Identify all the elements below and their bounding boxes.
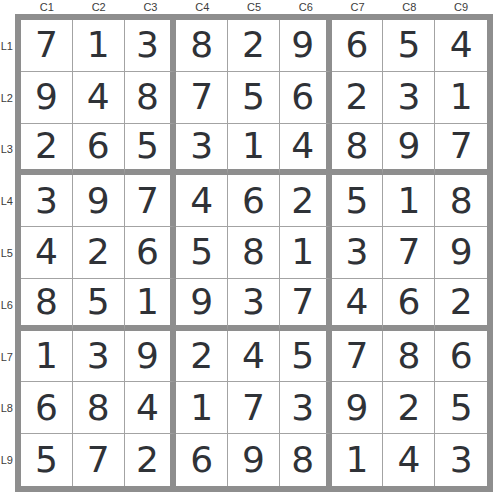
col-label-C9: C9 [435, 1, 487, 14]
cell-L2C6[interactable]: 6 [280, 72, 332, 124]
row-labels: L1L2L3L4L5L6L7L8L9 [0, 14, 15, 492]
cell-L8C2[interactable]: 8 [73, 382, 125, 434]
cell-L4C9[interactable]: 8 [435, 175, 487, 227]
row-label-L1: L1 [0, 20, 15, 72]
cell-L5C3[interactable]: 6 [125, 227, 177, 279]
cell-L9C2[interactable]: 7 [73, 434, 125, 486]
col-label-C8: C8 [383, 1, 435, 14]
cell-L5C7[interactable]: 3 [332, 227, 384, 279]
cell-L9C7[interactable]: 1 [332, 434, 384, 486]
cell-L3C8[interactable]: 9 [383, 124, 435, 176]
cell-L5C6[interactable]: 1 [280, 227, 332, 279]
cell-L8C1[interactable]: 6 [21, 382, 73, 434]
cell-L3C9[interactable]: 7 [435, 124, 487, 176]
cell-L6C9[interactable]: 2 [435, 279, 487, 331]
cell-L4C1[interactable]: 3 [21, 175, 73, 227]
col-label-C6: C6 [280, 1, 332, 14]
cell-L9C4[interactable]: 6 [176, 434, 228, 486]
cell-L4C2[interactable]: 9 [73, 175, 125, 227]
cell-L7C4[interactable]: 2 [176, 331, 228, 383]
col-label-C3: C3 [125, 1, 177, 14]
cell-L5C1[interactable]: 4 [21, 227, 73, 279]
cell-L1C2[interactable]: 1 [73, 20, 125, 72]
cell-L6C2[interactable]: 5 [73, 279, 125, 331]
cell-L5C4[interactable]: 5 [176, 227, 228, 279]
cell-L7C8[interactable]: 8 [383, 331, 435, 383]
cell-L6C4[interactable]: 9 [176, 279, 228, 331]
cell-L4C5[interactable]: 6 [228, 175, 280, 227]
cell-L7C5[interactable]: 4 [228, 331, 280, 383]
row-label-L7: L7 [0, 331, 15, 383]
cell-L8C9[interactable]: 5 [435, 382, 487, 434]
cell-L7C9[interactable]: 6 [435, 331, 487, 383]
cell-L3C1[interactable]: 2 [21, 124, 73, 176]
cell-L1C6[interactable]: 9 [280, 20, 332, 72]
cell-L6C8[interactable]: 6 [383, 279, 435, 331]
cell-L9C8[interactable]: 4 [383, 434, 435, 486]
cell-L1C4[interactable]: 8 [176, 20, 228, 72]
cell-L6C6[interactable]: 7 [280, 279, 332, 331]
cell-L3C7[interactable]: 8 [332, 124, 384, 176]
cell-L8C5[interactable]: 7 [228, 382, 280, 434]
cell-L7C1[interactable]: 1 [21, 331, 73, 383]
cell-L7C2[interactable]: 3 [73, 331, 125, 383]
cell-L3C2[interactable]: 6 [73, 124, 125, 176]
cell-L7C6[interactable]: 5 [280, 331, 332, 383]
cell-L4C3[interactable]: 7 [125, 175, 177, 227]
cell-L3C3[interactable]: 5 [125, 124, 177, 176]
cell-L8C8[interactable]: 2 [383, 382, 435, 434]
sudoku-page: C1C2C3C4C5C6C7C8C9 L1L2L3L4L5L6L7L8L9 71… [0, 0, 500, 498]
cell-L7C3[interactable]: 9 [125, 331, 177, 383]
col-label-C2: C2 [73, 1, 125, 14]
cell-L2C1[interactable]: 9 [21, 72, 73, 124]
col-label-C7: C7 [332, 1, 384, 14]
cell-L6C5[interactable]: 3 [228, 279, 280, 331]
cell-L8C4[interactable]: 1 [176, 382, 228, 434]
cell-L2C4[interactable]: 7 [176, 72, 228, 124]
cell-L2C7[interactable]: 2 [332, 72, 384, 124]
cell-L1C8[interactable]: 5 [383, 20, 435, 72]
cell-L9C9[interactable]: 3 [435, 434, 487, 486]
cell-L1C9[interactable]: 4 [435, 20, 487, 72]
cell-L2C8[interactable]: 3 [383, 72, 435, 124]
row-label-L5: L5 [0, 227, 15, 279]
row-label-L3: L3 [0, 124, 15, 176]
cell-L4C6[interactable]: 2 [280, 175, 332, 227]
cell-L5C5[interactable]: 8 [228, 227, 280, 279]
col-label-C1: C1 [21, 1, 73, 14]
cell-L3C6[interactable]: 4 [280, 124, 332, 176]
cell-L4C4[interactable]: 4 [176, 175, 228, 227]
cell-L8C6[interactable]: 3 [280, 382, 332, 434]
row-label-L4: L4 [0, 175, 15, 227]
cell-L1C7[interactable]: 6 [332, 20, 384, 72]
column-labels: C1C2C3C4C5C6C7C8C9 [15, 0, 493, 14]
cell-L7C7[interactable]: 7 [332, 331, 384, 383]
cell-L9C3[interactable]: 2 [125, 434, 177, 486]
cell-L6C7[interactable]: 4 [332, 279, 384, 331]
row-label-L6: L6 [0, 279, 15, 331]
col-label-C5: C5 [228, 1, 280, 14]
cell-L8C7[interactable]: 9 [332, 382, 384, 434]
cell-L2C2[interactable]: 4 [73, 72, 125, 124]
row-label-L9: L9 [0, 434, 15, 486]
cell-L5C2[interactable]: 2 [73, 227, 125, 279]
cell-L1C5[interactable]: 2 [228, 20, 280, 72]
cell-L9C1[interactable]: 5 [21, 434, 73, 486]
row-label-L2: L2 [0, 72, 15, 124]
cell-L2C9[interactable]: 1 [435, 72, 487, 124]
cell-L2C3[interactable]: 8 [125, 72, 177, 124]
col-label-C4: C4 [176, 1, 228, 14]
cell-L4C8[interactable]: 1 [383, 175, 435, 227]
cell-L3C5[interactable]: 1 [228, 124, 280, 176]
cell-L5C9[interactable]: 9 [435, 227, 487, 279]
cell-L4C7[interactable]: 5 [332, 175, 384, 227]
row-label-L8: L8 [0, 382, 15, 434]
cell-L9C5[interactable]: 9 [228, 434, 280, 486]
corner-spacer [0, 0, 15, 14]
cell-L1C3[interactable]: 3 [125, 20, 177, 72]
cell-L6C3[interactable]: 1 [125, 279, 177, 331]
cell-L5C8[interactable]: 7 [383, 227, 435, 279]
sudoku-board: 7138296549487562312653148973974625184265… [15, 14, 493, 492]
cell-L9C6[interactable]: 8 [280, 434, 332, 486]
cell-L3C4[interactable]: 3 [176, 124, 228, 176]
cell-L2C5[interactable]: 5 [228, 72, 280, 124]
cell-L6C1[interactable]: 8 [21, 279, 73, 331]
cell-L1C1[interactable]: 7 [21, 20, 73, 72]
cell-L8C3[interactable]: 4 [125, 382, 177, 434]
